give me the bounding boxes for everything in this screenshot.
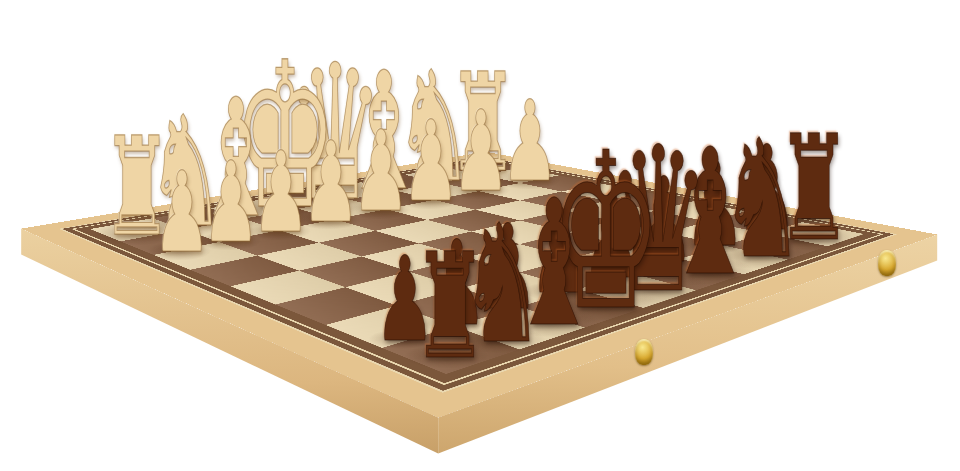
piece-white-pawn-h2: ♟ <box>153 157 211 268</box>
piece-white-pawn-d2: ♟ <box>352 117 410 228</box>
piece-white-pawn-g2: ♟ <box>202 147 260 258</box>
pieces-layer: ♜♞♝♛♚♝♞♜♟♟♟♟♟♟♟♟♟♟♟♟♟♟♟♟♜♞♝♛♚♝♞♜ <box>0 0 960 471</box>
piece-white-pawn-e2: ♟ <box>302 127 360 238</box>
chess-photo-scene: ♜♞♝♛♚♝♞♜♟♟♟♟♟♟♟♟♟♟♟♟♟♟♟♟♜♞♝♛♚♝♞♜ <box>0 0 960 471</box>
piece-black-rook-h8: ♜ <box>412 234 488 380</box>
piece-white-pawn-c2: ♟ <box>402 107 460 218</box>
piece-white-pawn-f2: ♟ <box>252 137 310 248</box>
